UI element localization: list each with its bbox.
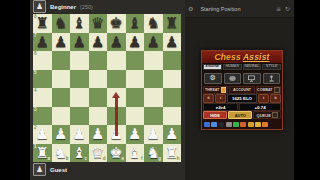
battery-icon[interactable] — [233, 122, 239, 128]
queue-checkbox[interactable] — [272, 112, 278, 118]
sidebar-header: ⚙ Starting Position ≡ ↻ — [185, 0, 294, 18]
elo-first-button[interactable]: « — [203, 94, 214, 103]
square-c5[interactable] — [70, 70, 89, 89]
white-knight[interactable]: ♞ — [52, 144, 71, 163]
assist-mode-buttons: ⚙ — [202, 71, 282, 86]
account-button[interactable]: ACCOUNT — [229, 86, 254, 95]
opponent-rating: (250) — [80, 4, 93, 10]
black-pawn[interactable]: ♟ — [163, 33, 182, 52]
square-a6[interactable]: 6 — [33, 51, 52, 70]
square-e3[interactable] — [107, 107, 126, 126]
square-f3[interactable] — [126, 107, 145, 126]
app-icon[interactable] — [211, 122, 217, 128]
medal-icon[interactable] — [255, 122, 261, 128]
player-avatar[interactable]: ♟ — [33, 163, 46, 176]
player-bar: ♟ Guest — [33, 163, 67, 176]
white-king[interactable]: ♚ — [107, 144, 126, 163]
black-pawn[interactable]: ♟ — [52, 33, 71, 52]
black-queen[interactable]: ♛ — [89, 14, 108, 33]
chess-board[interactable]: 8♜♞♝♛♚♝♞♜7♟♟♟♟♟♟♟♟65432♟♟♟♟♟♟♟♟1a♜b♞c♝d♛… — [33, 14, 181, 162]
black-pawn[interactable]: ♟ — [107, 33, 126, 52]
rank-label: 3 — [34, 108, 37, 113]
black-pawn[interactable]: ♟ — [126, 33, 145, 52]
square-h1[interactable]: h♜ — [163, 144, 182, 163]
chess-assist-panel[interactable]: ChessAssist ENGINE HUMAN NEURAL STYLE ⚙ … — [201, 50, 283, 130]
square-d2[interactable]: ♟ — [89, 125, 108, 144]
coin-icon[interactable] — [248, 122, 254, 128]
engine-output-row: e2e4 +0.74 — [202, 103, 282, 110]
assist-title: ChessAssist — [202, 51, 282, 63]
square-d6[interactable] — [89, 51, 108, 70]
square-f7[interactable]: ♟ — [126, 33, 145, 52]
opponent-bar: ♟ Beginner (250) — [33, 0, 93, 13]
black-pawn[interactable]: ♟ — [89, 33, 108, 52]
square-e7[interactable]: ♟ — [107, 33, 126, 52]
square-b2[interactable]: ♟ — [52, 125, 71, 144]
black-knight[interactable]: ♞ — [144, 14, 163, 33]
square-d4[interactable] — [89, 88, 108, 107]
white-pawn[interactable]: ♟ — [107, 125, 126, 144]
tab-engine[interactable]: ENGINE — [203, 64, 222, 70]
black-rook[interactable]: ♜ — [33, 14, 52, 33]
engine-mode-button[interactable]: ⚙ — [204, 73, 222, 84]
square-e6[interactable] — [107, 51, 126, 70]
square-h6[interactable] — [163, 51, 182, 70]
square-f2[interactable]: ♟ — [126, 125, 145, 144]
square-g6[interactable] — [144, 51, 163, 70]
rank-label: 5 — [34, 71, 37, 76]
wrench-icon[interactable] — [240, 122, 246, 128]
evaluation-display: +0.74 — [239, 103, 281, 111]
square-e1[interactable]: e♚ — [107, 144, 126, 163]
assist-action-row: HIDE AUTO QUEUE — [202, 110, 282, 120]
square-f6[interactable] — [126, 51, 145, 70]
black-pawn[interactable]: ♟ — [70, 33, 89, 52]
human-mode-button[interactable] — [224, 73, 242, 84]
square-g8[interactable]: ♞ — [144, 14, 163, 33]
tab-human[interactable]: HUMAN — [223, 64, 242, 70]
white-bishop[interactable]: ♝ — [126, 144, 145, 163]
gear-icon: ⚙ — [210, 75, 216, 82]
square-d3[interactable] — [89, 107, 108, 126]
square-b5[interactable] — [52, 70, 71, 89]
elo-last-button[interactable]: » — [270, 94, 281, 103]
elo-display: 1625 ELO — [227, 94, 257, 103]
board-area: ♟ Beginner (250) 8♜♞♝♛♚♝♞♜7♟♟♟♟♟♟♟♟65432… — [30, 0, 185, 180]
black-bishop[interactable]: ♝ — [70, 14, 89, 33]
square-d5[interactable] — [89, 70, 108, 89]
square-f8[interactable]: ♝ — [126, 14, 145, 33]
square-c7[interactable]: ♟ — [70, 33, 89, 52]
style-mode-button[interactable] — [263, 73, 281, 84]
square-g5[interactable] — [144, 70, 163, 89]
neural-mode-button[interactable] — [243, 73, 261, 84]
square-e8[interactable]: ♚ — [107, 14, 126, 33]
best-move-display: e2e4 — [203, 103, 238, 111]
square-b1[interactable]: b♞ — [52, 144, 71, 163]
assist-tabs: ENGINE HUMAN NEURAL STYLE — [202, 63, 282, 71]
menu-icon[interactable]: ≡ — [276, 5, 281, 12]
square-b6[interactable] — [52, 51, 71, 70]
elo-selector: « ‹ 1625 ELO › » — [202, 94, 282, 103]
square-g2[interactable]: ♟ — [144, 125, 163, 144]
monitor-icon — [247, 75, 256, 82]
square-b4[interactable] — [52, 88, 71, 107]
tab-style[interactable]: STYLE — [262, 64, 281, 70]
joystick-icon — [267, 75, 276, 82]
threat-checkbox[interactable] — [221, 87, 227, 93]
white-pawn[interactable]: ♟ — [126, 125, 145, 144]
black-rook[interactable]: ♜ — [163, 14, 182, 33]
assist-toggle-row: THREAT ACCOUNT COMBAT — [202, 86, 282, 94]
auto-button[interactable]: AUTO — [228, 111, 252, 119]
square-a7[interactable]: 7♟ — [33, 33, 52, 52]
settings-gear-icon[interactable]: ⚙ — [188, 5, 193, 12]
white-pawn[interactable]: ♟ — [144, 125, 163, 144]
black-bishop[interactable]: ♝ — [126, 14, 145, 33]
white-rook[interactable]: ♜ — [163, 144, 182, 163]
white-knight[interactable]: ♞ — [144, 144, 163, 163]
square-e4[interactable] — [107, 88, 126, 107]
white-pawn[interactable]: ♟ — [163, 125, 182, 144]
elo-prev-button[interactable]: ‹ — [215, 94, 226, 103]
square-g3[interactable] — [144, 107, 163, 126]
square-h7[interactable]: ♟ — [163, 33, 182, 52]
opponent-avatar[interactable]: ♟ — [33, 0, 46, 13]
square-g1[interactable]: g♞ — [144, 144, 163, 163]
square-e2[interactable]: ♟ — [107, 125, 126, 144]
square-b7[interactable]: ♟ — [52, 33, 71, 52]
square-g7[interactable]: ♟ — [144, 33, 163, 52]
square-a4[interactable]: 4 — [33, 88, 52, 107]
square-c6[interactable] — [70, 51, 89, 70]
white-pawn[interactable]: ♟ — [70, 125, 89, 144]
white-rook[interactable]: ♜ — [33, 144, 52, 163]
white-pawn[interactable]: ♟ — [89, 125, 108, 144]
square-d1[interactable]: d♛ — [89, 144, 108, 163]
tab-neural[interactable]: NEURAL — [243, 64, 262, 70]
square-c4[interactable] — [70, 88, 89, 107]
window-icon[interactable] — [204, 122, 210, 128]
square-f5[interactable] — [126, 70, 145, 89]
square-h8[interactable]: ♜ — [163, 14, 182, 33]
square-a2[interactable]: 2♟ — [33, 125, 52, 144]
white-pawn[interactable]: ♟ — [33, 125, 52, 144]
queue-toggle[interactable]: QUEUE — [253, 111, 281, 119]
combat-checkbox[interactable] — [274, 87, 280, 93]
player-name: Guest — [50, 167, 67, 173]
square-b8[interactable]: ♞ — [52, 14, 71, 33]
black-king[interactable]: ♚ — [107, 14, 126, 33]
square-d8[interactable]: ♛ — [89, 14, 108, 33]
hide-button[interactable]: HIDE — [203, 111, 227, 119]
opponent-name: Beginner — [50, 4, 76, 10]
move-list-status: Starting Position — [200, 6, 276, 12]
white-queen[interactable]: ♛ — [89, 144, 108, 163]
magnifier-icon[interactable] — [219, 122, 225, 128]
square-c1[interactable]: c♝ — [70, 144, 89, 163]
user-icon[interactable] — [226, 122, 232, 128]
speaker-icon[interactable] — [262, 122, 268, 128]
brain-icon — [228, 75, 237, 82]
black-knight[interactable]: ♞ — [52, 14, 71, 33]
square-f4[interactable] — [126, 88, 145, 107]
square-f1[interactable]: f♝ — [126, 144, 145, 163]
square-h4[interactable] — [163, 88, 182, 107]
square-c2[interactable]: ♟ — [70, 125, 89, 144]
white-bishop[interactable]: ♝ — [70, 144, 89, 163]
combat-toggle[interactable]: COMBAT — [256, 86, 281, 95]
elo-next-button[interactable]: › — [258, 94, 269, 103]
threat-toggle[interactable]: THREAT — [203, 86, 228, 95]
square-a5[interactable]: 5 — [33, 70, 52, 89]
black-pawn[interactable]: ♟ — [144, 33, 163, 52]
square-g4[interactable] — [144, 88, 163, 107]
square-e5[interactable] — [107, 70, 126, 89]
square-a1[interactable]: 1a♜ — [33, 144, 52, 163]
square-c3[interactable] — [70, 107, 89, 126]
black-pawn[interactable]: ♟ — [33, 33, 52, 52]
square-h5[interactable] — [163, 70, 182, 89]
square-h2[interactable]: ♟ — [163, 125, 182, 144]
square-a3[interactable]: 3 — [33, 107, 52, 126]
square-d7[interactable]: ♟ — [89, 33, 108, 52]
square-c8[interactable]: ♝ — [70, 14, 89, 33]
square-b3[interactable] — [52, 107, 71, 126]
flip-board-icon[interactable]: ↻ — [285, 5, 290, 12]
square-a8[interactable]: 8♜ — [33, 14, 52, 33]
square-h3[interactable] — [163, 107, 182, 126]
assist-shortcut-row — [202, 120, 282, 129]
rank-label: 4 — [34, 89, 37, 94]
white-pawn[interactable]: ♟ — [52, 125, 71, 144]
rank-label: 6 — [34, 52, 37, 57]
